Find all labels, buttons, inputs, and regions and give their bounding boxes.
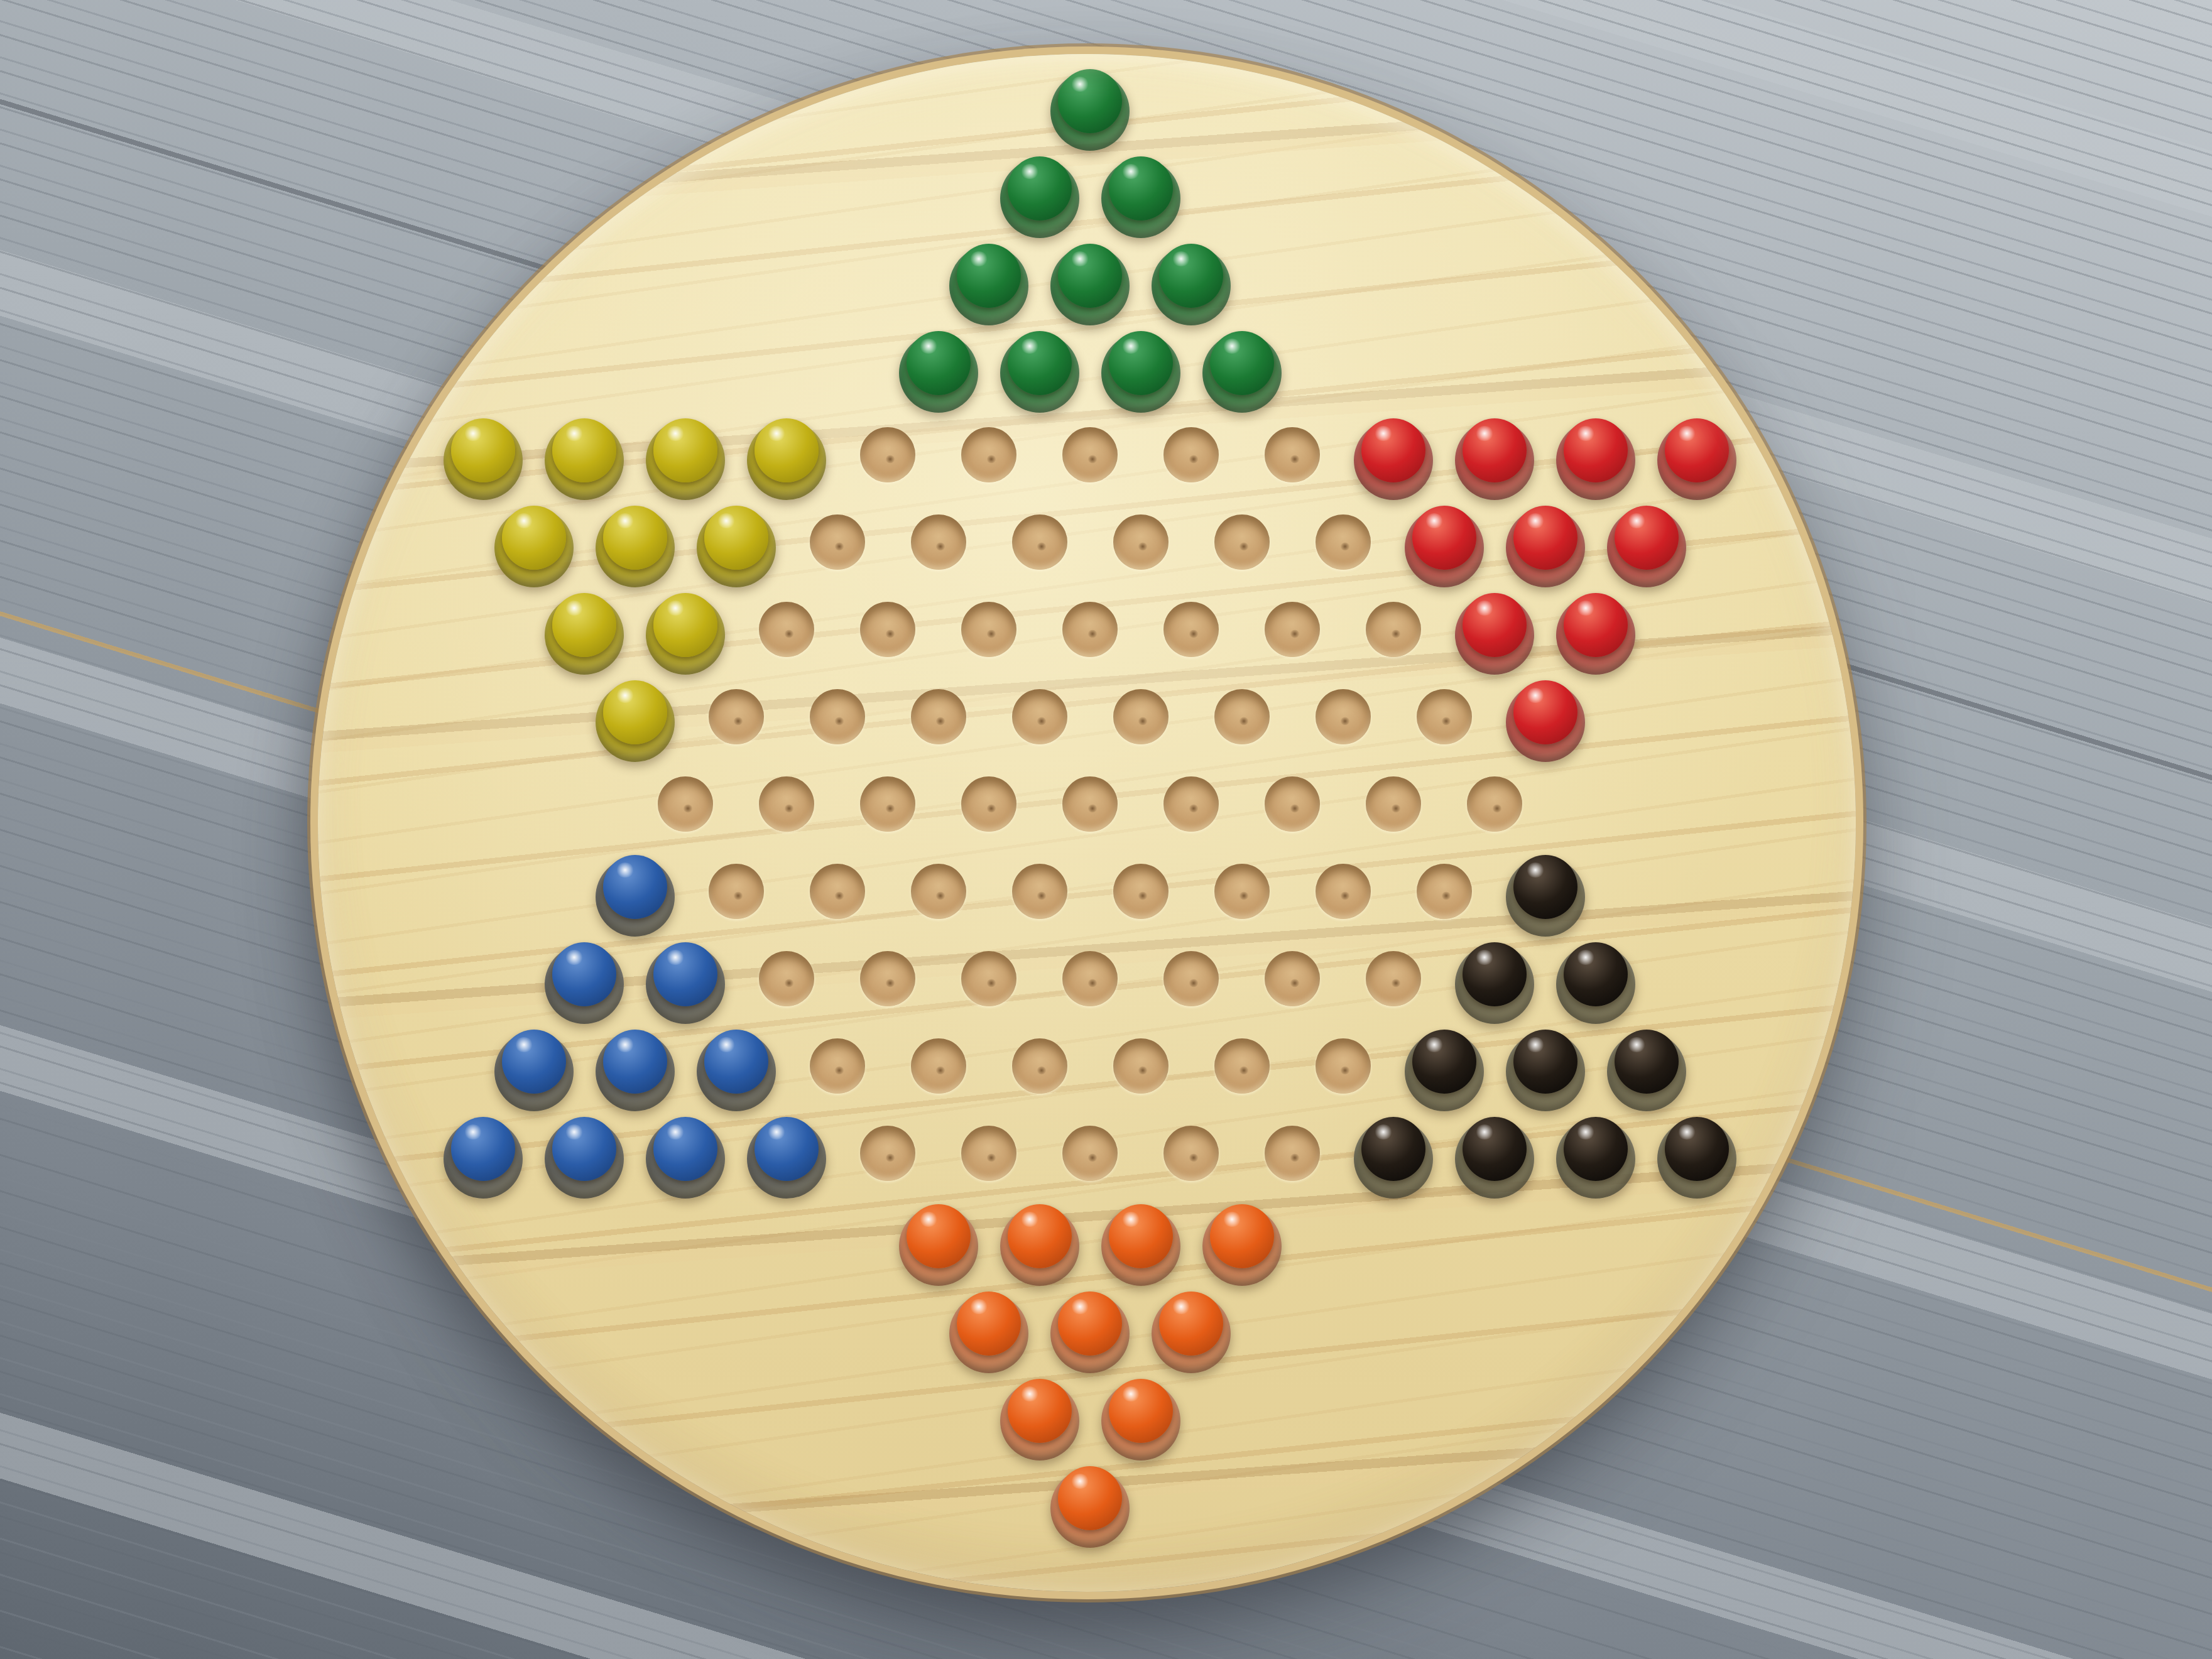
hole-recess bbox=[1417, 864, 1472, 919]
hole-recess bbox=[1113, 689, 1169, 744]
peg-ball: ● bbox=[1564, 418, 1628, 482]
peg-ball: ● bbox=[1361, 1117, 1425, 1181]
hole-recess bbox=[860, 427, 915, 482]
board-hole[interactable] bbox=[993, 495, 1087, 589]
peg-ball: ● bbox=[1463, 942, 1527, 1006]
hole-recess bbox=[1012, 1038, 1067, 1094]
hole-recess bbox=[961, 776, 1016, 832]
peg-ball: ● bbox=[1513, 1030, 1577, 1094]
green-peg[interactable]: ● bbox=[1043, 233, 1137, 327]
hole-recess bbox=[1265, 951, 1320, 1006]
peg-ball: ● bbox=[1513, 506, 1577, 570]
peg-ball: ● bbox=[1665, 418, 1729, 482]
hole-recess bbox=[961, 951, 1016, 1006]
peg-ball: ● bbox=[1008, 156, 1072, 220]
board-hole[interactable] bbox=[739, 757, 834, 851]
hole-recess bbox=[810, 689, 865, 744]
board-hole[interactable] bbox=[891, 1019, 986, 1113]
hole-recess bbox=[1316, 514, 1371, 570]
hole-recess bbox=[961, 1126, 1016, 1181]
orange-peg[interactable]: ● bbox=[1094, 1368, 1188, 1462]
hole-recess bbox=[1163, 1126, 1219, 1181]
hole-recess bbox=[1214, 1038, 1270, 1094]
yellow-peg[interactable]: ● bbox=[487, 495, 581, 589]
hole-recess bbox=[911, 514, 966, 570]
peg-ball: ● bbox=[1513, 680, 1577, 744]
board-hole[interactable] bbox=[1043, 757, 1137, 851]
hole-recess bbox=[860, 951, 915, 1006]
green-peg[interactable]: ● bbox=[993, 320, 1087, 415]
board-hole[interactable] bbox=[1094, 844, 1188, 938]
green-peg[interactable]: ● bbox=[993, 146, 1087, 240]
board-hole[interactable] bbox=[1245, 582, 1339, 677]
blue-peg[interactable]: ● bbox=[588, 844, 682, 938]
blue-peg[interactable]: ● bbox=[436, 1106, 530, 1200]
board-hole[interactable] bbox=[1043, 1106, 1137, 1200]
board-hole[interactable] bbox=[1144, 932, 1238, 1026]
peg-ball: ● bbox=[603, 506, 667, 570]
peg-ball: ● bbox=[1463, 593, 1527, 657]
orange-peg[interactable]: ● bbox=[942, 1281, 1036, 1375]
blue-peg[interactable]: ● bbox=[689, 1019, 783, 1113]
blue-peg[interactable]: ● bbox=[487, 1019, 581, 1113]
board-hole[interactable] bbox=[841, 1106, 935, 1200]
yellow-peg[interactable]: ● bbox=[739, 408, 834, 502]
peg-ball: ● bbox=[1058, 1292, 1122, 1356]
peg-ball: ● bbox=[704, 506, 768, 570]
peg-ball: ● bbox=[1058, 1466, 1122, 1530]
green-peg[interactable]: ● bbox=[1144, 233, 1238, 327]
board-hole[interactable] bbox=[942, 1106, 1036, 1200]
board-hole[interactable] bbox=[1346, 582, 1441, 677]
hole-recess bbox=[1214, 689, 1270, 744]
orange-peg[interactable]: ● bbox=[1195, 1194, 1289, 1288]
orange-peg[interactable]: ● bbox=[1094, 1194, 1188, 1288]
peg-ball: ● bbox=[603, 855, 667, 919]
peg-ball: ● bbox=[1210, 1204, 1274, 1268]
board-hole[interactable] bbox=[1397, 844, 1491, 938]
yellow-peg[interactable]: ● bbox=[588, 670, 682, 764]
hole-recess bbox=[1062, 1126, 1118, 1181]
hole-recess bbox=[759, 776, 814, 832]
peg-ball: ● bbox=[1615, 1030, 1679, 1094]
orange-peg[interactable]: ● bbox=[993, 1368, 1087, 1462]
black-peg[interactable]: ● bbox=[1397, 1019, 1491, 1113]
board-hole[interactable] bbox=[1397, 670, 1491, 764]
hole-recess bbox=[1417, 689, 1472, 744]
hole-recess bbox=[1316, 864, 1371, 919]
peg-ball: ● bbox=[653, 1117, 717, 1181]
black-peg[interactable]: ● bbox=[1549, 1106, 1643, 1200]
peg-ball: ● bbox=[1058, 244, 1122, 308]
board-hole[interactable] bbox=[1296, 495, 1390, 589]
hole-recess bbox=[1467, 776, 1522, 832]
board-hole[interactable] bbox=[1245, 1106, 1339, 1200]
peg-ball: ● bbox=[1058, 69, 1122, 133]
orange-peg[interactable]: ● bbox=[1043, 1281, 1137, 1375]
board-hole[interactable] bbox=[1043, 408, 1137, 502]
orange-peg[interactable]: ● bbox=[993, 1194, 1087, 1288]
peg-ball: ● bbox=[1513, 855, 1577, 919]
hole-recess bbox=[1113, 514, 1169, 570]
green-peg[interactable]: ● bbox=[1195, 320, 1289, 415]
hole-recess bbox=[759, 602, 814, 657]
hole-recess bbox=[1265, 427, 1320, 482]
hole-recess bbox=[1012, 864, 1067, 919]
board-hole[interactable] bbox=[1043, 932, 1137, 1026]
hole-recess bbox=[1113, 1038, 1169, 1094]
yellow-peg[interactable]: ● bbox=[537, 582, 631, 677]
hole-recess bbox=[911, 1038, 966, 1094]
board-hole[interactable] bbox=[942, 757, 1036, 851]
board-hole[interactable] bbox=[790, 670, 885, 764]
hole-recess bbox=[1316, 689, 1371, 744]
board-hole[interactable] bbox=[1144, 1106, 1238, 1200]
peg-ball: ● bbox=[552, 593, 616, 657]
red-peg[interactable]: ● bbox=[1447, 582, 1542, 677]
peg-ball: ● bbox=[1412, 1030, 1476, 1094]
board-hole[interactable] bbox=[993, 670, 1087, 764]
hole-recess bbox=[1113, 864, 1169, 919]
board-hole[interactable] bbox=[1195, 670, 1289, 764]
board-hole[interactable] bbox=[689, 670, 783, 764]
green-peg[interactable]: ● bbox=[942, 233, 1036, 327]
hole-recess bbox=[1366, 951, 1421, 1006]
peg-ball: ● bbox=[552, 418, 616, 482]
hole-recess bbox=[1366, 602, 1421, 657]
peg-ball: ● bbox=[907, 331, 971, 395]
green-peg[interactable]: ● bbox=[891, 320, 986, 415]
yellow-peg[interactable]: ● bbox=[689, 495, 783, 589]
hole-recess bbox=[1062, 951, 1118, 1006]
peg-ball: ● bbox=[957, 1292, 1021, 1356]
board-hole[interactable] bbox=[739, 582, 834, 677]
blue-peg[interactable]: ● bbox=[537, 1106, 631, 1200]
peg-ball: ● bbox=[603, 1030, 667, 1094]
board-hole[interactable] bbox=[1195, 495, 1289, 589]
hole-recess bbox=[1163, 427, 1219, 482]
red-peg[interactable]: ● bbox=[1599, 495, 1694, 589]
black-peg[interactable]: ● bbox=[1447, 1106, 1542, 1200]
hole-recess bbox=[1062, 602, 1118, 657]
board-hole[interactable] bbox=[1094, 1019, 1188, 1113]
hole-recess bbox=[709, 689, 764, 744]
red-peg[interactable]: ● bbox=[1549, 582, 1643, 677]
blue-peg[interactable]: ● bbox=[638, 1106, 733, 1200]
peg-ball: ● bbox=[502, 1030, 566, 1094]
board-hole[interactable] bbox=[790, 1019, 885, 1113]
board-hole[interactable] bbox=[1195, 844, 1289, 938]
hole-recess bbox=[1265, 1126, 1320, 1181]
hole-recess bbox=[911, 689, 966, 744]
peg-ball: ● bbox=[1109, 331, 1173, 395]
peg-ball: ● bbox=[603, 680, 667, 744]
blue-peg[interactable]: ● bbox=[739, 1106, 834, 1200]
peg-ball: ● bbox=[704, 1030, 768, 1094]
board-hole[interactable] bbox=[1195, 1019, 1289, 1113]
board-hole[interactable] bbox=[790, 495, 885, 589]
red-peg[interactable]: ● bbox=[1498, 670, 1593, 764]
peg-ball: ● bbox=[552, 942, 616, 1006]
peg-ball: ● bbox=[653, 418, 717, 482]
board-hole[interactable] bbox=[942, 582, 1036, 677]
hole-recess bbox=[1062, 776, 1118, 832]
hole-recess bbox=[860, 776, 915, 832]
peg-ball: ● bbox=[1463, 418, 1527, 482]
peg-ball: ● bbox=[451, 1117, 515, 1181]
board-hole[interactable] bbox=[993, 844, 1087, 938]
board-hole[interactable] bbox=[1346, 932, 1441, 1026]
hole-recess bbox=[1062, 427, 1118, 482]
board-hole[interactable] bbox=[638, 757, 733, 851]
board-hole[interactable] bbox=[1245, 757, 1339, 851]
hole-recess bbox=[1012, 689, 1067, 744]
peg-ball: ● bbox=[653, 593, 717, 657]
orange-peg[interactable]: ● bbox=[1144, 1281, 1238, 1375]
peg-ball: ● bbox=[1210, 331, 1274, 395]
hole-recess bbox=[860, 602, 915, 657]
board-hole[interactable] bbox=[891, 670, 986, 764]
board-hole[interactable] bbox=[1296, 670, 1390, 764]
board-hole[interactable] bbox=[891, 495, 986, 589]
board-hole[interactable] bbox=[942, 408, 1036, 502]
hole-recess bbox=[1366, 776, 1421, 832]
board-hole[interactable] bbox=[1094, 670, 1188, 764]
peg-ball: ● bbox=[1008, 1204, 1072, 1268]
peg-ball: ● bbox=[907, 1204, 971, 1268]
hole-recess bbox=[810, 1038, 865, 1094]
peg-ball: ● bbox=[755, 418, 819, 482]
peg-ball: ● bbox=[1159, 1292, 1223, 1356]
chinese-checkers-board: ●●●●●●●●●●●●●●●●●●●●●●●●●●●●●●●●●●●●●●●●… bbox=[318, 54, 1856, 1592]
hole-recess bbox=[810, 864, 865, 919]
hole-recess bbox=[1012, 514, 1067, 570]
peg-ball: ● bbox=[502, 506, 566, 570]
hole-recess bbox=[860, 1126, 915, 1181]
peg-ball: ● bbox=[755, 1117, 819, 1181]
yellow-peg[interactable]: ● bbox=[638, 408, 733, 502]
yellow-peg[interactable]: ● bbox=[638, 582, 733, 677]
board-hole[interactable] bbox=[841, 932, 935, 1026]
board-hole[interactable] bbox=[1144, 757, 1238, 851]
board-hole[interactable] bbox=[1144, 408, 1238, 502]
board-hole[interactable] bbox=[841, 582, 935, 677]
hole-recess bbox=[1265, 602, 1320, 657]
peg-ball: ● bbox=[1564, 1117, 1628, 1181]
red-peg[interactable]: ● bbox=[1447, 408, 1542, 502]
peg-ball: ● bbox=[1564, 942, 1628, 1006]
board-hole[interactable] bbox=[1296, 1019, 1390, 1113]
black-peg[interactable]: ● bbox=[1498, 1019, 1593, 1113]
yellow-peg[interactable]: ● bbox=[537, 408, 631, 502]
board-hole[interactable] bbox=[1296, 844, 1390, 938]
board-hole[interactable] bbox=[993, 1019, 1087, 1113]
orange-peg[interactable]: ● bbox=[1043, 1455, 1137, 1550]
peg-ball: ● bbox=[1008, 331, 1072, 395]
hole-recess bbox=[961, 427, 1016, 482]
black-peg[interactable]: ● bbox=[1549, 932, 1643, 1026]
peg-ball: ● bbox=[1109, 156, 1173, 220]
red-peg[interactable]: ● bbox=[1549, 408, 1643, 502]
hole-recess bbox=[1163, 776, 1219, 832]
hole-recess bbox=[709, 864, 764, 919]
yellow-peg[interactable]: ● bbox=[436, 408, 530, 502]
board-hole[interactable] bbox=[841, 757, 935, 851]
board-hole[interactable] bbox=[1245, 932, 1339, 1026]
board-hole[interactable] bbox=[790, 844, 885, 938]
hole-recess bbox=[1214, 864, 1270, 919]
blue-peg[interactable]: ● bbox=[588, 1019, 682, 1113]
black-peg[interactable]: ● bbox=[1498, 844, 1593, 938]
yellow-peg[interactable]: ● bbox=[588, 495, 682, 589]
hole-recess bbox=[1316, 1038, 1371, 1094]
hole-recess bbox=[961, 602, 1016, 657]
green-peg[interactable]: ● bbox=[1043, 58, 1137, 153]
peg-ball: ● bbox=[1008, 1379, 1072, 1443]
board-hole[interactable] bbox=[1043, 582, 1137, 677]
board-hole[interactable] bbox=[1447, 757, 1542, 851]
board-hole[interactable] bbox=[1346, 757, 1441, 851]
peg-ball: ● bbox=[1665, 1117, 1729, 1181]
photo-scene: ●●●●●●●●●●●●●●●●●●●●●●●●●●●●●●●●●●●●●●●●… bbox=[0, 0, 2212, 1659]
peg-ball: ● bbox=[552, 1117, 616, 1181]
hole-recess bbox=[759, 951, 814, 1006]
peg-ball: ● bbox=[1564, 593, 1628, 657]
peg-ball: ● bbox=[653, 942, 717, 1006]
red-peg[interactable]: ● bbox=[1397, 495, 1491, 589]
peg-ball: ● bbox=[1615, 506, 1679, 570]
hole-recess bbox=[810, 514, 865, 570]
green-peg[interactable]: ● bbox=[1094, 320, 1188, 415]
peg-ball: ● bbox=[451, 418, 515, 482]
blue-peg[interactable]: ● bbox=[537, 932, 631, 1026]
hole-recess bbox=[1163, 602, 1219, 657]
board-hole[interactable] bbox=[689, 844, 783, 938]
red-peg[interactable]: ● bbox=[1498, 495, 1593, 589]
peg-ball: ● bbox=[1463, 1117, 1527, 1181]
board-hole[interactable] bbox=[891, 844, 986, 938]
peg-ball: ● bbox=[1109, 1379, 1173, 1443]
hole-recess bbox=[911, 864, 966, 919]
board-hole[interactable] bbox=[1245, 408, 1339, 502]
board-hole[interactable] bbox=[1144, 582, 1238, 677]
board-hole[interactable] bbox=[841, 408, 935, 502]
black-peg[interactable]: ● bbox=[1346, 1106, 1441, 1200]
black-peg[interactable]: ● bbox=[1650, 1106, 1744, 1200]
green-peg[interactable]: ● bbox=[1094, 146, 1188, 240]
peg-ball: ● bbox=[1412, 506, 1476, 570]
peg-ball: ● bbox=[957, 244, 1021, 308]
peg-ball: ● bbox=[1159, 244, 1223, 308]
hole-recess bbox=[1214, 514, 1270, 570]
peg-ball: ● bbox=[1109, 1204, 1173, 1268]
board-hole[interactable] bbox=[942, 932, 1036, 1026]
peg-ball: ● bbox=[1361, 418, 1425, 482]
orange-peg[interactable]: ● bbox=[891, 1194, 986, 1288]
blue-peg[interactable]: ● bbox=[638, 932, 733, 1026]
black-peg[interactable]: ● bbox=[1447, 932, 1542, 1026]
hole-recess bbox=[1163, 951, 1219, 1006]
red-peg[interactable]: ● bbox=[1650, 408, 1744, 502]
hole-recess bbox=[658, 776, 713, 832]
red-peg[interactable]: ● bbox=[1346, 408, 1441, 502]
black-peg[interactable]: ● bbox=[1599, 1019, 1694, 1113]
board-hole[interactable] bbox=[1094, 495, 1188, 589]
board-hole[interactable] bbox=[739, 932, 834, 1026]
hole-recess bbox=[1265, 776, 1320, 832]
